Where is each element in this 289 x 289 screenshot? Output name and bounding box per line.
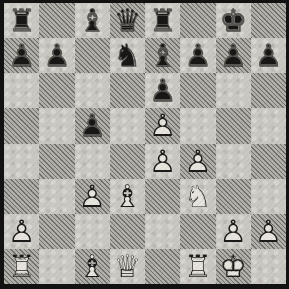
square-a4 xyxy=(4,144,39,179)
square-a1: ♜♖ xyxy=(4,249,39,284)
square-b7: ♟♙ xyxy=(39,38,74,73)
piece-white-pawn-e5: ♟♙ xyxy=(145,108,180,143)
square-f3: ♞♘ xyxy=(180,179,215,214)
piece-black-pawn-e6: ♟♙ xyxy=(145,73,180,108)
piece-black-king-g8: ♚♔ xyxy=(216,3,251,38)
square-e4: ♟♙ xyxy=(145,144,180,179)
square-a3 xyxy=(4,179,39,214)
square-e2 xyxy=(145,214,180,249)
square-f7: ♟♙ xyxy=(180,38,215,73)
square-c4 xyxy=(75,144,110,179)
piece-black-queen-d8: ♛♕ xyxy=(110,3,145,38)
square-a7: ♟♙ xyxy=(4,38,39,73)
piece-white-king-g1: ♚♔ xyxy=(216,249,251,284)
square-c8: ♝♗ xyxy=(75,3,110,38)
square-g7: ♟♙ xyxy=(216,38,251,73)
square-e7: ♝♗ xyxy=(145,38,180,73)
square-c7 xyxy=(75,38,110,73)
square-d4 xyxy=(110,144,145,179)
piece-white-pawn-g2: ♟♙ xyxy=(216,214,251,249)
square-c6 xyxy=(75,73,110,108)
piece-black-pawn-c5: ♟♙ xyxy=(75,108,110,143)
square-f2 xyxy=(180,214,215,249)
square-e3 xyxy=(145,179,180,214)
square-c2 xyxy=(75,214,110,249)
square-h1 xyxy=(251,249,286,284)
chess-board: ♜♖♝♗♛♕♜♖♚♔♟♙♟♙♞♘♝♗♟♙♟♙♟♙♟♙♟♙♟♙♟♙♟♙♟♙♝♗♞♘… xyxy=(0,0,289,289)
square-c5: ♟♙ xyxy=(75,108,110,143)
square-b4 xyxy=(39,144,74,179)
square-a6 xyxy=(4,73,39,108)
square-d8: ♛♕ xyxy=(110,3,145,38)
square-h5 xyxy=(251,108,286,143)
square-e6: ♟♙ xyxy=(145,73,180,108)
piece-black-rook-e8: ♜♖ xyxy=(145,3,180,38)
piece-black-rook-a8: ♜♖ xyxy=(4,3,39,38)
square-a5 xyxy=(4,108,39,143)
piece-black-pawn-h7: ♟♙ xyxy=(251,38,286,73)
square-d3: ♝♗ xyxy=(110,179,145,214)
piece-white-knight-f3: ♞♘ xyxy=(180,179,215,214)
piece-white-bishop-c1: ♝♗ xyxy=(75,249,110,284)
piece-black-bishop-e7: ♝♗ xyxy=(145,38,180,73)
piece-black-pawn-a7: ♟♙ xyxy=(4,38,39,73)
square-b6 xyxy=(39,73,74,108)
piece-black-pawn-g7: ♟♙ xyxy=(216,38,251,73)
square-d2 xyxy=(110,214,145,249)
square-g4 xyxy=(216,144,251,179)
square-g2: ♟♙ xyxy=(216,214,251,249)
square-b8 xyxy=(39,3,74,38)
piece-black-knight-d7: ♞♘ xyxy=(110,38,145,73)
piece-white-pawn-e4: ♟♙ xyxy=(145,144,180,179)
piece-black-pawn-f7: ♟♙ xyxy=(180,38,215,73)
square-a8: ♜♖ xyxy=(4,3,39,38)
square-h8 xyxy=(251,3,286,38)
piece-white-pawn-h2: ♟♙ xyxy=(251,214,286,249)
piece-white-queen-d1: ♛♕ xyxy=(110,249,145,284)
square-f1: ♜♖ xyxy=(180,249,215,284)
square-b3 xyxy=(39,179,74,214)
square-b5 xyxy=(39,108,74,143)
square-d5 xyxy=(110,108,145,143)
piece-white-pawn-a2: ♟♙ xyxy=(4,214,39,249)
square-d6 xyxy=(110,73,145,108)
square-d7: ♞♘ xyxy=(110,38,145,73)
square-f8 xyxy=(180,3,215,38)
square-c3: ♟♙ xyxy=(75,179,110,214)
piece-white-rook-a1: ♜♖ xyxy=(4,249,39,284)
square-g8: ♚♔ xyxy=(216,3,251,38)
square-d1: ♛♕ xyxy=(110,249,145,284)
square-h2: ♟♙ xyxy=(251,214,286,249)
piece-white-pawn-c3: ♟♙ xyxy=(75,179,110,214)
square-g3 xyxy=(216,179,251,214)
piece-white-pawn-f4: ♟♙ xyxy=(180,144,215,179)
square-e8: ♜♖ xyxy=(145,3,180,38)
square-h3 xyxy=(251,179,286,214)
square-h6 xyxy=(251,73,286,108)
square-h7: ♟♙ xyxy=(251,38,286,73)
square-f6 xyxy=(180,73,215,108)
square-g1: ♚♔ xyxy=(216,249,251,284)
square-h4 xyxy=(251,144,286,179)
piece-black-pawn-b7: ♟♙ xyxy=(39,38,74,73)
square-b1 xyxy=(39,249,74,284)
square-f5 xyxy=(180,108,215,143)
square-e5: ♟♙ xyxy=(145,108,180,143)
square-b2 xyxy=(39,214,74,249)
chess-diagram: ♜♖♝♗♛♕♜♖♚♔♟♙♟♙♞♘♝♗♟♙♟♙♟♙♟♙♟♙♟♙♟♙♟♙♟♙♝♗♞♘… xyxy=(0,0,289,289)
square-g5 xyxy=(216,108,251,143)
square-c1: ♝♗ xyxy=(75,249,110,284)
square-f4: ♟♙ xyxy=(180,144,215,179)
square-e1 xyxy=(145,249,180,284)
piece-black-bishop-c8: ♝♗ xyxy=(75,3,110,38)
piece-white-rook-f1: ♜♖ xyxy=(180,249,215,284)
square-a2: ♟♙ xyxy=(4,214,39,249)
square-g6 xyxy=(216,73,251,108)
piece-white-bishop-d3: ♝♗ xyxy=(110,179,145,214)
